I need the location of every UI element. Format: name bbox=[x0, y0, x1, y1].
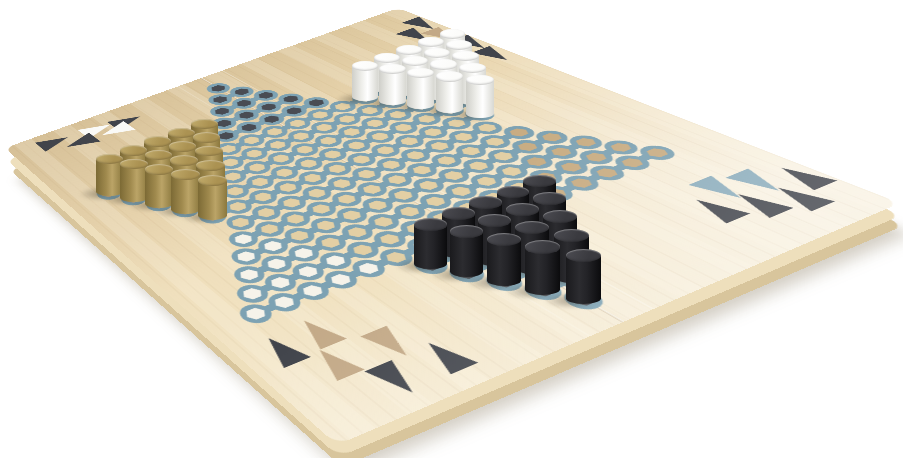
hole-hexagon bbox=[122, 178, 144, 190]
hole-hexagon bbox=[378, 159, 404, 171]
hole-hexagon bbox=[312, 122, 336, 133]
hole-hexagon bbox=[335, 114, 359, 124]
hole-hexagon bbox=[260, 239, 287, 253]
hole-hexagon bbox=[489, 207, 519, 221]
hole-hexagon bbox=[276, 181, 301, 193]
hole-hexagon bbox=[414, 114, 439, 125]
hole-hexagon bbox=[240, 135, 263, 146]
hole-hexagon bbox=[147, 184, 170, 196]
hole-hexagon bbox=[422, 195, 450, 208]
hole-hexagon bbox=[312, 219, 339, 233]
hole-hexagon bbox=[242, 306, 270, 322]
hole-hexagon bbox=[571, 136, 600, 148]
hole-hexagon bbox=[340, 127, 364, 138]
hole-hexagon bbox=[482, 136, 509, 148]
hole-hexagon bbox=[381, 97, 405, 107]
hole-hexagon bbox=[538, 131, 566, 143]
hole-hexagon bbox=[320, 149, 345, 160]
hole-hexagon bbox=[581, 151, 610, 163]
hole-hexagon bbox=[440, 169, 467, 181]
hole-hexagon bbox=[522, 155, 550, 167]
hole-hexagon bbox=[506, 181, 535, 194]
decor-triangle bbox=[61, 133, 100, 152]
hole-hexagon bbox=[243, 148, 266, 159]
hole-hexagon bbox=[437, 105, 462, 116]
hole-hexagon bbox=[217, 144, 240, 155]
hole-hexagon bbox=[516, 262, 548, 278]
hole-hexagon bbox=[200, 210, 225, 223]
hole-hexagon bbox=[172, 189, 195, 201]
hole-hexagon bbox=[317, 236, 344, 250]
decor-triangle bbox=[291, 315, 347, 349]
hole-hexagon bbox=[555, 270, 588, 286]
hole-hexagon bbox=[524, 214, 555, 228]
hole-hexagon bbox=[433, 155, 460, 167]
hole-hexagon bbox=[547, 146, 576, 158]
hole-hexagon bbox=[403, 89, 427, 99]
hole-hexagon bbox=[255, 91, 277, 100]
hole-hexagon bbox=[210, 95, 231, 104]
hole-hexagon bbox=[354, 168, 380, 180]
hole-hexagon bbox=[290, 246, 317, 260]
hole-hexagon bbox=[353, 93, 376, 103]
hole-hexagon bbox=[238, 122, 260, 132]
hole-hexagon bbox=[174, 204, 198, 217]
hole-hexagon bbox=[567, 177, 597, 190]
hole-hexagon bbox=[331, 102, 354, 112]
hole-hexagon bbox=[384, 173, 411, 185]
hole-hexagon bbox=[441, 61, 465, 70]
decor-triangle bbox=[685, 195, 751, 224]
hole-hexagon bbox=[230, 232, 256, 246]
hole-hexagon bbox=[397, 136, 422, 147]
hole-hexagon bbox=[557, 161, 586, 174]
hole-hexagon bbox=[300, 172, 325, 184]
hole-hexagon bbox=[460, 96, 485, 106]
hole-hexagon bbox=[266, 139, 289, 150]
hole-hexagon bbox=[419, 69, 443, 78]
hole-hexagon bbox=[344, 140, 369, 151]
hole-hexagon bbox=[263, 127, 286, 138]
hole-hexagon bbox=[498, 225, 529, 240]
hole-hexagon bbox=[462, 218, 492, 232]
hole-hexagon bbox=[349, 243, 377, 258]
hole-hexagon bbox=[228, 216, 253, 229]
hole-hexagon bbox=[370, 215, 398, 229]
hole-hexagon bbox=[474, 122, 500, 133]
hole-hexagon bbox=[326, 272, 355, 287]
hole-hexagon bbox=[226, 200, 251, 213]
hole-hexagon bbox=[428, 211, 457, 225]
hole-hexagon bbox=[363, 118, 387, 129]
hole-hexagon bbox=[606, 141, 636, 153]
hole-hexagon bbox=[304, 187, 330, 200]
hole-hexagon bbox=[294, 264, 322, 279]
halma-board bbox=[5, 8, 900, 445]
hole-hexagon bbox=[451, 265, 482, 281]
hole-hexagon bbox=[447, 73, 471, 83]
hole-hexagon bbox=[280, 94, 302, 104]
hole-hexagon bbox=[236, 110, 258, 120]
hole-hexagon bbox=[397, 77, 420, 87]
hole-hexagon bbox=[215, 131, 237, 141]
hole-hexagon bbox=[236, 267, 263, 282]
hole-hexagon bbox=[455, 201, 484, 215]
hole-hexagon bbox=[221, 171, 245, 183]
hole-hexagon bbox=[450, 131, 476, 142]
hole-hexagon bbox=[199, 195, 223, 207]
hole-hexagon bbox=[382, 250, 411, 265]
hole-hexagon bbox=[465, 160, 493, 172]
hole-hexagon bbox=[170, 161, 192, 172]
hole-hexagon bbox=[436, 228, 465, 242]
hole-hexagon bbox=[373, 145, 398, 156]
hole-hexagon bbox=[208, 84, 229, 93]
hole-hexagon bbox=[514, 141, 542, 153]
hole-hexagon bbox=[444, 118, 470, 129]
hole-hexagon bbox=[416, 258, 446, 273]
hole-hexagon bbox=[231, 87, 252, 96]
hole-hexagon bbox=[409, 164, 436, 176]
hole-hexagon bbox=[368, 131, 393, 142]
hole-hexagon bbox=[403, 150, 429, 162]
hole-hexagon bbox=[98, 187, 120, 199]
decor-triangle bbox=[255, 333, 310, 368]
hole-hexagon bbox=[272, 167, 296, 179]
hole-hexagon bbox=[425, 81, 449, 91]
hole-hexagon bbox=[471, 236, 501, 251]
hole-hexagon bbox=[408, 101, 432, 111]
hole-hexagon bbox=[480, 191, 509, 204]
hole-hexagon bbox=[197, 180, 220, 192]
hole-hexagon bbox=[544, 251, 576, 267]
hole-hexagon bbox=[479, 254, 510, 269]
hole-hexagon bbox=[390, 189, 417, 202]
hole-hexagon bbox=[489, 150, 517, 162]
hole-hexagon bbox=[391, 122, 416, 133]
hole-hexagon bbox=[338, 209, 365, 222]
hole-hexagon bbox=[257, 222, 283, 235]
hole-hexagon bbox=[386, 109, 410, 119]
hole-hexagon bbox=[358, 105, 382, 115]
hole-hexagon bbox=[325, 163, 350, 175]
hole-hexagon bbox=[431, 93, 456, 103]
hole-hexagon bbox=[148, 198, 171, 210]
hole-hexagon bbox=[447, 185, 475, 198]
hole-hexagon bbox=[402, 222, 431, 236]
hole-hexagon bbox=[269, 153, 293, 164]
hole-hexagon bbox=[233, 249, 259, 263]
hole-hexagon bbox=[286, 118, 309, 128]
hole-hexagon bbox=[254, 206, 279, 219]
hole-hexagon bbox=[376, 85, 399, 95]
hole-hexagon bbox=[334, 193, 360, 206]
hole-hexagon bbox=[211, 106, 232, 116]
hole-hexagon bbox=[443, 247, 473, 262]
hole-hexagon bbox=[343, 225, 371, 239]
decor-triangle bbox=[364, 360, 426, 398]
hole-hexagon bbox=[316, 135, 340, 146]
hole-hexagon bbox=[289, 131, 312, 142]
hole-hexagon bbox=[453, 84, 478, 94]
hole-hexagon bbox=[526, 282, 559, 299]
decor-triangle bbox=[725, 169, 790, 196]
hole-hexagon bbox=[592, 166, 622, 179]
hole-hexagon bbox=[617, 156, 647, 169]
hole-hexagon bbox=[534, 232, 565, 247]
hole-hexagon bbox=[251, 191, 276, 203]
decor-triangle bbox=[306, 344, 364, 381]
hole-hexagon bbox=[467, 109, 493, 120]
hole-hexagon bbox=[296, 158, 320, 170]
hole-hexagon bbox=[263, 257, 290, 272]
hole-hexagon bbox=[376, 232, 404, 246]
hole-hexagon bbox=[322, 253, 350, 268]
hole-hexagon bbox=[354, 261, 383, 276]
hole-hexagon bbox=[305, 98, 328, 108]
hole-hexagon bbox=[293, 144, 317, 155]
hole-hexagon bbox=[171, 175, 194, 187]
hole-hexagon bbox=[541, 187, 571, 200]
hole-hexagon bbox=[515, 197, 545, 211]
hole-hexagon bbox=[505, 127, 532, 138]
hole-hexagon bbox=[223, 185, 247, 197]
hole-hexagon bbox=[566, 291, 600, 308]
hole-hexagon bbox=[123, 193, 146, 205]
hole-hexagon bbox=[420, 127, 446, 138]
hole-hexagon bbox=[239, 286, 267, 302]
hole-hexagon bbox=[286, 229, 313, 243]
decor-triangle bbox=[415, 337, 478, 374]
hole-hexagon bbox=[270, 294, 299, 310]
hole-hexagon bbox=[415, 179, 442, 192]
hole-hexagon bbox=[308, 203, 334, 216]
hole-hexagon bbox=[427, 140, 453, 152]
hole-hexagon bbox=[329, 177, 355, 189]
hole-hexagon bbox=[233, 98, 254, 108]
hole-hexagon bbox=[364, 199, 391, 212]
decor-triangle bbox=[35, 133, 73, 152]
hole-hexagon bbox=[219, 157, 242, 168]
hole-hexagon bbox=[195, 166, 218, 177]
hole-hexagon bbox=[258, 102, 280, 112]
hole-hexagon bbox=[146, 170, 168, 181]
hole-hexagon bbox=[642, 146, 672, 159]
decor-triangle bbox=[360, 326, 420, 362]
hole-hexagon bbox=[309, 110, 332, 120]
hole-hexagon bbox=[260, 114, 282, 124]
hole-hexagon bbox=[298, 283, 327, 299]
hole-hexagon bbox=[267, 275, 295, 290]
hole-hexagon bbox=[248, 176, 272, 188]
hole-hexagon bbox=[396, 205, 424, 218]
hole-hexagon bbox=[498, 165, 526, 178]
hole-hexagon bbox=[488, 274, 520, 290]
hole-hexagon bbox=[194, 152, 217, 163]
hole-hexagon bbox=[359, 183, 385, 196]
hole-hexagon bbox=[531, 171, 560, 184]
hole-hexagon bbox=[283, 212, 309, 225]
decor-triangle bbox=[471, 46, 516, 64]
hole-hexagon bbox=[283, 106, 306, 116]
scene bbox=[0, 0, 903, 458]
hole-hexagon bbox=[409, 239, 438, 254]
decor-triangle bbox=[770, 163, 837, 190]
hole-hexagon bbox=[457, 145, 484, 157]
hole-hexagon bbox=[245, 162, 269, 173]
hole-hexagon bbox=[279, 197, 304, 210]
hole-hexagon bbox=[213, 118, 235, 128]
hole-hexagon bbox=[349, 154, 374, 166]
star-field bbox=[398, 8, 900, 203]
hole-hexagon bbox=[507, 243, 538, 258]
hole-hexagon bbox=[472, 175, 500, 188]
